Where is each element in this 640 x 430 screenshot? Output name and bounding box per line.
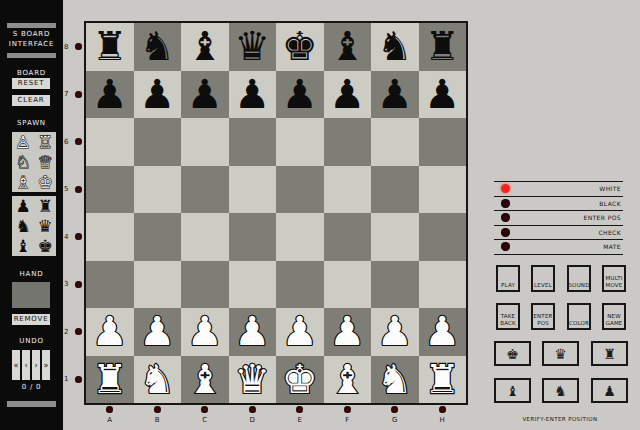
square-h3[interactable] — [419, 261, 467, 309]
white-piece: ♞ — [377, 356, 413, 404]
square-c5[interactable] — [181, 166, 229, 214]
rank-number: 3 — [64, 280, 68, 288]
black-piece: ♟ — [424, 71, 460, 119]
hand-slot[interactable] — [12, 282, 50, 308]
multi-move-button[interactable]: MULTI MOVE — [602, 265, 626, 292]
status-row-white: WHITE — [494, 181, 623, 196]
black-piece: ♞ — [139, 23, 175, 71]
rank-number: 6 — [64, 138, 68, 146]
square-d1[interactable]: ♛ — [229, 356, 277, 404]
white-piece: ♟ — [139, 308, 175, 356]
white-piece: ♟ — [92, 308, 128, 356]
rank-label-7: 7 — [64, 71, 82, 119]
file-label-a: A — [86, 406, 134, 424]
status-led-table: WHITEBLACKENTER POSCHECKMATE — [494, 181, 623, 255]
square-d6[interactable] — [229, 118, 277, 166]
square-d3[interactable] — [229, 261, 277, 309]
file-led-c — [201, 406, 208, 413]
white-piece: ♟ — [282, 308, 318, 356]
spawn-black-knight[interactable]: ♞ — [12, 216, 34, 236]
square-c8[interactable]: ♝ — [181, 23, 229, 71]
square-b3[interactable] — [134, 261, 182, 309]
white-piece: ♞ — [139, 356, 175, 404]
file-letter: G — [392, 416, 397, 424]
level-button[interactable]: LEVEL — [531, 265, 555, 292]
spawn-white-knight[interactable]: ♘ — [12, 152, 34, 172]
square-a3[interactable] — [86, 261, 134, 309]
square-d7[interactable]: ♟ — [229, 71, 277, 119]
file-letter: F — [345, 416, 349, 424]
square-a6[interactable] — [86, 118, 134, 166]
file-led-b — [154, 406, 161, 413]
rank-led-1 — [75, 376, 82, 383]
app-title-line2: INTERFACE — [0, 40, 63, 48]
square-g8[interactable]: ♞ — [371, 23, 419, 71]
rank-led-6 — [75, 138, 82, 145]
black-piece: ♟ — [329, 71, 365, 119]
square-g7[interactable]: ♟ — [371, 71, 419, 119]
white-piece: ♟ — [187, 308, 223, 356]
new-game-button[interactable]: NEW GAME — [602, 303, 626, 330]
white-piece: ♛ — [234, 356, 270, 404]
square-a7[interactable]: ♟ — [86, 71, 134, 119]
black-piece: ♜ — [92, 23, 128, 71]
square-h7[interactable]: ♟ — [419, 71, 467, 119]
file-label-b: B — [134, 406, 182, 424]
square-h2[interactable]: ♟ — [419, 308, 467, 356]
spawn-black-rook[interactable]: ♜ — [34, 196, 56, 216]
pawn-button[interactable]: ♟ — [591, 378, 628, 403]
file-led-a — [106, 406, 113, 413]
square-e5[interactable] — [276, 166, 324, 214]
rank-label-6: 6 — [64, 118, 82, 166]
square-c6[interactable] — [181, 118, 229, 166]
spawn-white-bishop[interactable]: ♗ — [12, 172, 34, 192]
app-title-line1: S BOARD — [0, 30, 63, 38]
file-letter: A — [107, 416, 112, 424]
spawn-black-queen[interactable]: ♛ — [34, 216, 56, 236]
black-piece: ♟ — [234, 71, 270, 119]
square-e8[interactable]: ♚ — [276, 23, 324, 71]
square-g6[interactable] — [371, 118, 419, 166]
square-f1[interactable]: ♝ — [324, 356, 372, 404]
square-b6[interactable] — [134, 118, 182, 166]
white-piece: ♟ — [377, 308, 413, 356]
status-row-check: CHECK — [494, 225, 623, 240]
square-e6[interactable] — [276, 118, 324, 166]
divider-bar — [7, 23, 56, 28]
black-piece: ♟ — [187, 71, 223, 119]
file-label-h: H — [419, 406, 467, 424]
clear-button[interactable]: CLEAR — [12, 95, 50, 106]
status-row-black: BLACK — [494, 196, 623, 211]
status-led-check — [501, 228, 510, 237]
file-letter: H — [440, 416, 445, 424]
undo-all-button[interactable]: « — [12, 350, 20, 380]
rank-number: 4 — [64, 233, 68, 241]
undo-counter: 0 / 0 — [0, 383, 63, 391]
status-label-mate: MATE — [603, 243, 621, 250]
square-f8[interactable]: ♝ — [324, 23, 372, 71]
square-e4[interactable] — [276, 213, 324, 261]
file-led-f — [344, 406, 351, 413]
status-row-enter-pos: ENTER POS — [494, 210, 623, 225]
square-f3[interactable] — [324, 261, 372, 309]
square-h1[interactable]: ♜ — [419, 356, 467, 404]
square-e3[interactable] — [276, 261, 324, 309]
play-button[interactable]: PLAY — [496, 265, 520, 292]
rank-led-7 — [75, 91, 82, 98]
rank-led-5 — [75, 186, 82, 193]
spawn-black-pawn[interactable]: ♟ — [12, 196, 34, 216]
redo-all-button[interactable]: » — [42, 350, 50, 380]
black-piece: ♟ — [139, 71, 175, 119]
square-a4[interactable] — [86, 213, 134, 261]
led-table-bottom-line — [494, 254, 623, 255]
board-section-label: BOARD — [0, 69, 63, 77]
status-led-enter-pos — [501, 213, 510, 222]
spawn-white-rook[interactable]: ♖ — [34, 132, 56, 152]
status-led-white — [501, 184, 510, 193]
square-g3[interactable] — [371, 261, 419, 309]
square-c3[interactable] — [181, 261, 229, 309]
king-button[interactable]: ♚ — [494, 341, 531, 366]
status-led-mate — [501, 242, 510, 251]
file-label-d: D — [229, 406, 277, 424]
file-led-d — [249, 406, 256, 413]
black-piece: ♟ — [92, 71, 128, 119]
white-piece: ♟ — [329, 308, 365, 356]
black-piece: ♟ — [282, 71, 318, 119]
spawn-white-pieces: ♙♖♘♕♗♔ — [12, 132, 56, 192]
rank-label-8: 8 — [64, 23, 82, 71]
rank-label-4: 4 — [64, 213, 82, 261]
rank-led-2 — [75, 328, 82, 335]
square-h5[interactable] — [419, 166, 467, 214]
enter-pos-button[interactable]: ENTER POS — [531, 303, 555, 330]
square-f5[interactable] — [324, 166, 372, 214]
divider-bar — [7, 53, 56, 58]
spawn-black-bishop[interactable]: ♝ — [12, 236, 34, 256]
black-piece: ♜ — [424, 23, 460, 71]
square-b2[interactable]: ♟ — [134, 308, 182, 356]
square-a5[interactable] — [86, 166, 134, 214]
square-e1[interactable]: ♚ — [276, 356, 324, 404]
black-piece: ♝ — [329, 23, 365, 71]
file-label-g: G — [371, 406, 419, 424]
spawn-white-queen[interactable]: ♕ — [34, 152, 56, 172]
sidebar: S BOARD INTERFACE BOARD RESET CLEAR SPAW… — [0, 0, 63, 430]
rank-label-2: 2 — [64, 308, 82, 356]
hand-section-label: HAND — [0, 270, 63, 278]
square-f4[interactable] — [324, 213, 372, 261]
square-f6[interactable] — [324, 118, 372, 166]
file-letter: E — [298, 416, 302, 424]
square-g1[interactable]: ♞ — [371, 356, 419, 404]
white-piece: ♚ — [282, 356, 318, 404]
black-piece: ♚ — [282, 23, 318, 71]
square-e2[interactable]: ♟ — [276, 308, 324, 356]
square-b5[interactable] — [134, 166, 182, 214]
square-h6[interactable] — [419, 118, 467, 166]
black-piece: ♞ — [377, 23, 413, 71]
square-a1[interactable]: ♜ — [86, 356, 134, 404]
file-led-g — [391, 406, 398, 413]
chess-board: ♜♞♝♛♚♝♞♜♟♟♟♟♟♟♟♟♟♟♟♟♟♟♟♟♜♞♝♛♚♝♞♜ — [84, 21, 468, 405]
rank-led-3 — [75, 281, 82, 288]
square-g5[interactable] — [371, 166, 419, 214]
file-letter: C — [202, 416, 207, 424]
panel-footer-text: VERIFY-ENTER POSITION — [490, 416, 630, 422]
sound-button[interactable]: SOUND — [567, 265, 591, 292]
file-letter: B — [155, 416, 160, 424]
white-piece: ♟ — [424, 308, 460, 356]
color-button[interactable]: COLOR — [567, 303, 591, 330]
rank-number: 1 — [64, 375, 68, 383]
square-b7[interactable]: ♟ — [134, 71, 182, 119]
rook-button[interactable]: ♜ — [591, 341, 628, 366]
square-f2[interactable]: ♟ — [324, 308, 372, 356]
white-piece: ♜ — [424, 356, 460, 404]
chess-computer-ui: S BOARD INTERFACE BOARD RESET CLEAR SPAW… — [0, 0, 640, 430]
square-d4[interactable] — [229, 213, 277, 261]
undo-controls: «‹›» — [12, 350, 50, 380]
rank-label-5: 5 — [64, 166, 82, 214]
undo-button[interactable]: ‹ — [22, 350, 30, 380]
status-label-white: WHITE — [599, 185, 621, 192]
file-label-c: C — [181, 406, 229, 424]
white-piece: ♝ — [329, 356, 365, 404]
square-f7[interactable]: ♟ — [324, 71, 372, 119]
square-e7[interactable]: ♟ — [276, 71, 324, 119]
square-b1[interactable]: ♞ — [134, 356, 182, 404]
rank-number: 7 — [64, 90, 68, 98]
file-led-h — [439, 406, 446, 413]
rank-number: 8 — [64, 43, 68, 51]
square-a8[interactable]: ♜ — [86, 23, 134, 71]
queen-button[interactable]: ♛ — [542, 341, 579, 366]
square-d2[interactable]: ♟ — [229, 308, 277, 356]
file-label-f: F — [324, 406, 372, 424]
remove-button[interactable]: REMOVE — [12, 314, 50, 325]
bishop-button[interactable]: ♝ — [494, 378, 531, 403]
spawn-black-king[interactable]: ♚ — [34, 236, 56, 256]
status-label-check: CHECK — [598, 229, 621, 236]
square-h8[interactable]: ♜ — [419, 23, 467, 71]
rank-label-1: 1 — [64, 356, 82, 404]
square-d8[interactable]: ♛ — [229, 23, 277, 71]
spawn-section-label: SPAWN — [0, 119, 63, 127]
black-piece: ♝ — [187, 23, 223, 71]
file-letter: D — [250, 416, 255, 424]
rank-number: 5 — [64, 185, 68, 193]
black-piece: ♟ — [377, 71, 413, 119]
square-c7[interactable]: ♟ — [181, 71, 229, 119]
square-c4[interactable] — [181, 213, 229, 261]
square-b8[interactable]: ♞ — [134, 23, 182, 71]
spawn-black-pieces: ♟♜♞♛♝♚ — [12, 196, 56, 256]
status-label-enter-pos: ENTER POS — [583, 214, 621, 221]
spawn-white-pawn[interactable]: ♙ — [12, 132, 34, 152]
square-g2[interactable]: ♟ — [371, 308, 419, 356]
rank-label-3: 3 — [64, 261, 82, 309]
knight-button[interactable]: ♞ — [542, 378, 579, 403]
white-piece: ♜ — [92, 356, 128, 404]
status-label-black: BLACK — [599, 200, 621, 207]
divider-bar — [7, 401, 56, 407]
rank-led-8 — [75, 43, 82, 50]
square-b4[interactable] — [134, 213, 182, 261]
undo-section-label: UNDO — [0, 337, 63, 345]
file-led-e — [296, 406, 303, 413]
square-c2[interactable]: ♟ — [181, 308, 229, 356]
square-g4[interactable] — [371, 213, 419, 261]
rank-led-4 — [75, 233, 82, 240]
square-a2[interactable]: ♟ — [86, 308, 134, 356]
square-d5[interactable] — [229, 166, 277, 214]
black-piece: ♛ — [234, 23, 270, 71]
file-label-e: E — [276, 406, 324, 424]
square-h4[interactable] — [419, 213, 467, 261]
white-piece: ♟ — [234, 308, 270, 356]
redo-button[interactable]: › — [32, 350, 40, 380]
white-piece: ♝ — [187, 356, 223, 404]
take-back-button[interactable]: TAKE BACK — [496, 303, 520, 330]
reset-button[interactable]: RESET — [12, 78, 50, 89]
rank-number: 2 — [64, 328, 68, 336]
spawn-white-king[interactable]: ♔ — [34, 172, 56, 192]
square-c1[interactable]: ♝ — [181, 356, 229, 404]
status-led-black — [501, 199, 510, 208]
status-row-mate: MATE — [494, 239, 623, 254]
